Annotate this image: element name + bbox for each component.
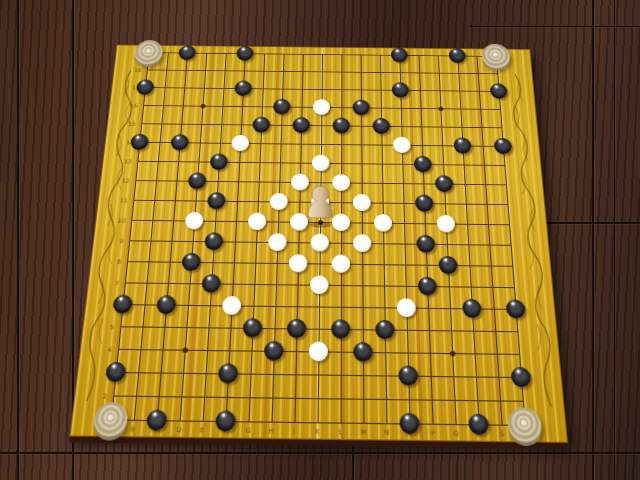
row-label: 11 bbox=[109, 197, 128, 204]
row-label: 12 bbox=[112, 177, 130, 184]
king-piece[interactable] bbox=[305, 184, 335, 232]
black-attacker-stone[interactable] bbox=[449, 48, 466, 63]
plank-seam bbox=[545, 222, 640, 224]
row-label: 13 bbox=[114, 158, 132, 165]
black-attacker-stone[interactable] bbox=[416, 235, 435, 253]
column-label: M bbox=[357, 427, 370, 435]
white-defender-stone[interactable] bbox=[374, 214, 392, 232]
row-label: 4 bbox=[92, 345, 112, 353]
star-point bbox=[439, 107, 444, 111]
white-defender-stone[interactable] bbox=[437, 215, 456, 233]
white-defender-stone[interactable] bbox=[312, 155, 330, 172]
black-attacker-stone[interactable] bbox=[353, 342, 372, 362]
white-defender-stone[interactable] bbox=[309, 341, 328, 361]
black-attacker-stone[interactable] bbox=[398, 366, 418, 386]
black-attacker-stone[interactable] bbox=[415, 195, 433, 212]
plank-seam bbox=[614, 0, 615, 480]
star-point bbox=[450, 351, 456, 357]
black-attacker-stone[interactable] bbox=[462, 299, 482, 318]
game-board-perspective-wrap: ABCDEFGHJKLMNOPQRST191817161514131211109… bbox=[70, 45, 566, 441]
column-label: J bbox=[288, 426, 301, 434]
black-attacker-stone[interactable] bbox=[375, 320, 394, 339]
black-attacker-stone[interactable] bbox=[331, 319, 350, 338]
column-label: P bbox=[426, 428, 440, 436]
alea-evangelii-board: ABCDEFGHJKLMNOPQRST191817161514131211109… bbox=[69, 45, 568, 443]
column-label: E bbox=[195, 425, 209, 433]
black-attacker-stone[interactable] bbox=[215, 411, 236, 432]
black-attacker-stone[interactable] bbox=[494, 138, 513, 154]
white-defender-stone[interactable] bbox=[310, 275, 329, 294]
black-attacker-stone[interactable] bbox=[414, 156, 432, 173]
black-attacker-stone[interactable] bbox=[468, 414, 489, 435]
row-label: 2 bbox=[87, 392, 107, 400]
white-defender-stone[interactable] bbox=[353, 194, 371, 211]
white-defender-stone[interactable] bbox=[353, 234, 371, 252]
white-defender-stone[interactable] bbox=[393, 137, 411, 153]
column-label: L bbox=[334, 427, 347, 435]
white-defender-stone[interactable] bbox=[397, 298, 416, 317]
table-surface: ABCDEFGHJKLMNOPQRST191817161514131211109… bbox=[0, 0, 640, 480]
row-label: 10 bbox=[107, 217, 126, 224]
row-label: 18 bbox=[124, 67, 141, 73]
white-defender-stone[interactable] bbox=[313, 99, 330, 115]
plank-seam bbox=[17, 0, 19, 480]
black-attacker-stone[interactable] bbox=[391, 48, 408, 63]
white-defender-stone[interactable] bbox=[311, 234, 329, 252]
plank-seam bbox=[470, 26, 640, 27]
black-attacker-stone[interactable] bbox=[438, 256, 457, 274]
corner-marker-disc[interactable] bbox=[507, 407, 543, 442]
black-attacker-stone[interactable] bbox=[418, 277, 437, 296]
black-attacker-stone[interactable] bbox=[399, 413, 419, 434]
black-attacker-stone[interactable] bbox=[490, 83, 508, 98]
plank-seam bbox=[592, 0, 594, 480]
column-label: D bbox=[172, 425, 186, 433]
black-attacker-stone[interactable] bbox=[392, 82, 409, 97]
pieces-layer bbox=[117, 45, 529, 49]
row-label: 15 bbox=[118, 120, 136, 126]
row-label: 8 bbox=[102, 258, 121, 265]
plank-seam bbox=[0, 452, 640, 454]
row-label: 7 bbox=[100, 279, 119, 286]
black-attacker-stone[interactable] bbox=[373, 118, 390, 134]
black-attacker-stone[interactable] bbox=[146, 410, 167, 431]
column-label: H bbox=[265, 426, 278, 434]
white-defender-stone[interactable] bbox=[332, 255, 350, 273]
corner-marker-disc[interactable] bbox=[93, 402, 129, 437]
row-label: 9 bbox=[105, 237, 124, 244]
column-label: Q bbox=[449, 429, 463, 437]
black-attacker-stone[interactable] bbox=[453, 137, 471, 153]
black-attacker-stone[interactable] bbox=[435, 175, 453, 192]
column-label: K bbox=[311, 427, 324, 435]
row-label: 16 bbox=[120, 102, 138, 108]
row-label: 5 bbox=[95, 323, 115, 331]
column-label: B bbox=[126, 424, 140, 432]
column-label: S bbox=[495, 429, 509, 437]
black-attacker-stone[interactable] bbox=[333, 118, 350, 134]
column-label: N bbox=[380, 428, 393, 436]
black-attacker-stone[interactable] bbox=[353, 100, 370, 116]
column-label: G bbox=[241, 426, 255, 434]
